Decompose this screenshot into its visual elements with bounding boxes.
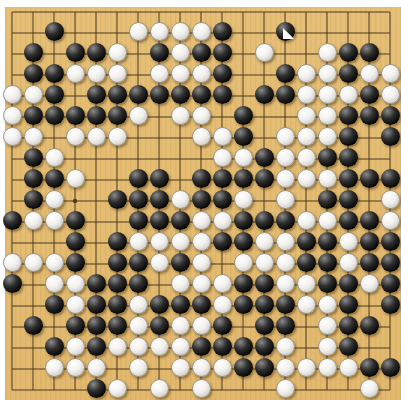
white-stone[interactable] — [255, 232, 274, 251]
black-stone[interactable] — [381, 232, 400, 251]
white-stone[interactable] — [192, 316, 211, 335]
black-stone[interactable] — [297, 253, 316, 272]
black-stone[interactable] — [66, 253, 85, 272]
black-stone[interactable] — [150, 85, 169, 104]
white-stone[interactable] — [192, 379, 211, 398]
white-stone[interactable] — [171, 337, 190, 356]
white-stone[interactable] — [129, 106, 148, 125]
black-stone[interactable] — [87, 379, 106, 398]
black-stone[interactable] — [150, 43, 169, 62]
black-stone[interactable] — [24, 316, 43, 335]
white-stone[interactable] — [108, 64, 127, 83]
white-stone[interactable] — [45, 148, 64, 167]
white-stone[interactable] — [66, 64, 85, 83]
black-stone[interactable] — [87, 337, 106, 356]
white-stone[interactable] — [339, 253, 358, 272]
white-stone[interactable] — [171, 358, 190, 377]
white-stone[interactable] — [192, 358, 211, 377]
white-stone[interactable] — [150, 253, 169, 272]
black-stone[interactable] — [3, 211, 22, 230]
white-stone[interactable] — [192, 22, 211, 41]
black-stone[interactable] — [339, 64, 358, 83]
black-stone[interactable] — [381, 274, 400, 293]
black-stone[interactable] — [108, 190, 127, 209]
black-stone[interactable] — [213, 232, 232, 251]
black-stone[interactable] — [255, 295, 274, 314]
black-stone[interactable] — [45, 22, 64, 41]
black-stone[interactable] — [339, 43, 358, 62]
white-stone[interactable] — [87, 358, 106, 377]
white-stone[interactable] — [318, 169, 337, 188]
black-stone[interactable] — [381, 295, 400, 314]
black-stone[interactable] — [108, 316, 127, 335]
black-stone[interactable] — [108, 274, 127, 293]
black-stone[interactable] — [381, 106, 400, 125]
black-stone[interactable] — [234, 106, 253, 125]
black-stone[interactable] — [339, 316, 358, 335]
black-stone[interactable] — [213, 337, 232, 356]
black-stone[interactable] — [129, 169, 148, 188]
black-stone[interactable] — [66, 232, 85, 251]
black-stone[interactable] — [171, 85, 190, 104]
white-stone[interactable] — [339, 85, 358, 104]
black-stone[interactable] — [192, 85, 211, 104]
white-stone[interactable] — [297, 85, 316, 104]
white-stone[interactable] — [66, 127, 85, 146]
black-stone[interactable] — [276, 85, 295, 104]
white-stone[interactable] — [171, 316, 190, 335]
black-stone[interactable] — [66, 43, 85, 62]
black-stone[interactable] — [360, 106, 379, 125]
black-stone[interactable] — [192, 190, 211, 209]
black-stone[interactable] — [360, 43, 379, 62]
black-stone[interactable] — [213, 190, 232, 209]
white-stone[interactable] — [45, 211, 64, 230]
black-stone[interactable] — [213, 22, 232, 41]
go-app-window — [0, 0, 401, 400]
black-stone[interactable] — [108, 253, 127, 272]
black-stone[interactable] — [108, 106, 127, 125]
black-stone[interactable] — [150, 295, 169, 314]
white-stone[interactable] — [213, 211, 232, 230]
black-stone[interactable] — [339, 211, 358, 230]
white-stone[interactable] — [171, 190, 190, 209]
white-stone[interactable] — [108, 337, 127, 356]
white-stone[interactable] — [234, 148, 253, 167]
white-stone[interactable] — [3, 106, 22, 125]
black-stone[interactable] — [276, 211, 295, 230]
last-move-marker — [283, 28, 294, 39]
black-stone[interactable] — [339, 127, 358, 146]
black-stone[interactable] — [24, 148, 43, 167]
white-stone[interactable] — [24, 127, 43, 146]
white-stone[interactable] — [192, 64, 211, 83]
white-stone[interactable] — [276, 358, 295, 377]
white-stone[interactable] — [192, 106, 211, 125]
white-stone[interactable] — [213, 295, 232, 314]
black-stone[interactable] — [381, 127, 400, 146]
white-stone[interactable] — [45, 358, 64, 377]
white-stone[interactable] — [3, 253, 22, 272]
white-stone[interactable] — [66, 358, 85, 377]
black-stone[interactable] — [234, 127, 253, 146]
white-stone[interactable] — [129, 232, 148, 251]
white-stone[interactable] — [318, 43, 337, 62]
black-stone[interactable] — [87, 274, 106, 293]
white-stone[interactable] — [171, 43, 190, 62]
black-stone[interactable] — [213, 169, 232, 188]
white-stone[interactable] — [3, 127, 22, 146]
white-stone[interactable] — [192, 127, 211, 146]
black-stone[interactable] — [150, 169, 169, 188]
white-stone[interactable] — [339, 358, 358, 377]
black-stone[interactable] — [360, 211, 379, 230]
black-stone[interactable] — [192, 337, 211, 356]
black-stone[interactable] — [171, 295, 190, 314]
white-stone[interactable] — [360, 274, 379, 293]
white-stone[interactable] — [87, 127, 106, 146]
white-stone[interactable] — [276, 232, 295, 251]
black-stone[interactable] — [318, 274, 337, 293]
black-stone[interactable] — [381, 358, 400, 377]
black-stone[interactable] — [255, 337, 274, 356]
black-stone[interactable] — [45, 337, 64, 356]
white-stone[interactable] — [381, 85, 400, 104]
white-stone[interactable] — [276, 148, 295, 167]
white-stone[interactable] — [66, 274, 85, 293]
black-stone[interactable] — [255, 316, 274, 335]
black-stone[interactable] — [66, 106, 85, 125]
white-stone[interactable] — [129, 316, 148, 335]
white-stone[interactable] — [255, 43, 274, 62]
black-stone[interactable] — [171, 211, 190, 230]
black-stone[interactable] — [360, 85, 379, 104]
black-stone[interactable] — [234, 295, 253, 314]
black-stone[interactable] — [24, 43, 43, 62]
white-stone[interactable] — [255, 253, 274, 272]
white-stone[interactable] — [108, 127, 127, 146]
white-stone[interactable] — [87, 64, 106, 83]
black-stone[interactable] — [24, 169, 43, 188]
black-stone[interactable] — [255, 85, 274, 104]
white-stone[interactable] — [150, 232, 169, 251]
white-stone[interactable] — [150, 64, 169, 83]
black-stone[interactable] — [87, 316, 106, 335]
black-stone[interactable] — [381, 253, 400, 272]
black-stone[interactable] — [318, 232, 337, 251]
white-stone[interactable] — [108, 43, 127, 62]
black-stone[interactable] — [360, 358, 379, 377]
black-stone[interactable] — [339, 169, 358, 188]
black-stone[interactable] — [66, 316, 85, 335]
black-stone[interactable] — [213, 85, 232, 104]
white-stone[interactable] — [213, 148, 232, 167]
black-stone[interactable] — [318, 253, 337, 272]
white-stone[interactable] — [297, 274, 316, 293]
white-stone[interactable] — [66, 169, 85, 188]
white-stone[interactable] — [45, 274, 64, 293]
black-stone[interactable] — [360, 232, 379, 251]
black-stone[interactable] — [45, 169, 64, 188]
black-stone[interactable] — [255, 274, 274, 293]
white-stone[interactable] — [129, 295, 148, 314]
white-stone[interactable] — [318, 337, 337, 356]
black-stone[interactable] — [360, 316, 379, 335]
white-stone[interactable] — [3, 85, 22, 104]
white-stone[interactable] — [45, 253, 64, 272]
black-stone[interactable] — [150, 211, 169, 230]
black-stone[interactable] — [360, 169, 379, 188]
black-stone[interactable] — [129, 190, 148, 209]
white-stone[interactable] — [24, 85, 43, 104]
white-stone[interactable] — [339, 232, 358, 251]
black-stone[interactable] — [129, 211, 148, 230]
black-stone[interactable] — [150, 316, 169, 335]
white-stone[interactable] — [318, 64, 337, 83]
black-stone[interactable] — [87, 295, 106, 314]
white-stone[interactable] — [129, 337, 148, 356]
white-stone[interactable] — [276, 274, 295, 293]
black-stone[interactable] — [234, 169, 253, 188]
white-stone[interactable] — [297, 358, 316, 377]
white-stone[interactable] — [318, 85, 337, 104]
black-stone[interactable] — [255, 148, 274, 167]
black-stone[interactable] — [129, 85, 148, 104]
black-stone[interactable] — [339, 337, 358, 356]
white-stone[interactable] — [150, 337, 169, 356]
white-stone[interactable] — [297, 106, 316, 125]
white-stone[interactable] — [66, 337, 85, 356]
white-stone[interactable] — [45, 190, 64, 209]
black-stone[interactable] — [276, 22, 295, 41]
black-stone[interactable] — [213, 316, 232, 335]
black-stone[interactable] — [192, 43, 211, 62]
white-stone[interactable] — [129, 358, 148, 377]
white-stone[interactable] — [66, 295, 85, 314]
white-stone[interactable] — [318, 127, 337, 146]
black-stone[interactable] — [213, 64, 232, 83]
white-stone[interactable] — [171, 106, 190, 125]
white-stone[interactable] — [276, 169, 295, 188]
white-stone[interactable] — [297, 127, 316, 146]
white-stone[interactable] — [276, 127, 295, 146]
white-stone[interactable] — [192, 253, 211, 272]
white-stone[interactable] — [360, 379, 379, 398]
white-stone[interactable] — [318, 316, 337, 335]
black-stone[interactable] — [234, 274, 253, 293]
white-stone[interactable] — [297, 148, 316, 167]
white-stone[interactable] — [192, 274, 211, 293]
black-stone[interactable] — [339, 274, 358, 293]
black-stone[interactable] — [45, 106, 64, 125]
white-stone[interactable] — [192, 232, 211, 251]
white-stone[interactable] — [297, 295, 316, 314]
black-stone[interactable] — [129, 253, 148, 272]
white-stone[interactable] — [192, 211, 211, 230]
black-stone[interactable] — [24, 106, 43, 125]
white-stone[interactable] — [297, 64, 316, 83]
white-stone[interactable] — [276, 379, 295, 398]
black-stone[interactable] — [255, 169, 274, 188]
black-stone[interactable] — [192, 295, 211, 314]
black-stone[interactable] — [234, 211, 253, 230]
black-stone[interactable] — [171, 253, 190, 272]
black-stone[interactable] — [24, 64, 43, 83]
black-stone[interactable] — [360, 253, 379, 272]
black-stone[interactable] — [129, 274, 148, 293]
black-stone[interactable] — [297, 232, 316, 251]
black-stone[interactable] — [255, 358, 274, 377]
black-stone[interactable] — [45, 295, 64, 314]
white-stone[interactable] — [276, 190, 295, 209]
white-stone[interactable] — [276, 253, 295, 272]
black-stone[interactable] — [276, 295, 295, 314]
white-stone[interactable] — [171, 22, 190, 41]
white-stone[interactable] — [276, 337, 295, 356]
black-stone[interactable] — [234, 232, 253, 251]
black-stone[interactable] — [318, 190, 337, 209]
white-stone[interactable] — [234, 190, 253, 209]
white-stone[interactable] — [360, 64, 379, 83]
black-stone[interactable] — [87, 85, 106, 104]
black-stone[interactable] — [276, 64, 295, 83]
white-stone[interactable] — [381, 64, 400, 83]
black-stone[interactable] — [87, 106, 106, 125]
white-stone[interactable] — [213, 274, 232, 293]
black-stone[interactable] — [108, 295, 127, 314]
white-stone[interactable] — [213, 127, 232, 146]
black-stone[interactable] — [45, 64, 64, 83]
black-stone[interactable] — [234, 337, 253, 356]
white-stone[interactable] — [24, 211, 43, 230]
white-stone[interactable] — [213, 358, 232, 377]
black-stone[interactable] — [276, 316, 295, 335]
white-stone[interactable] — [318, 211, 337, 230]
white-stone[interactable] — [381, 211, 400, 230]
white-stone[interactable] — [318, 106, 337, 125]
black-stone[interactable] — [192, 169, 211, 188]
white-stone[interactable] — [318, 358, 337, 377]
white-stone[interactable] — [108, 379, 127, 398]
white-stone[interactable] — [24, 253, 43, 272]
white-stone[interactable] — [297, 169, 316, 188]
white-stone[interactable] — [129, 22, 148, 41]
black-stone[interactable] — [3, 274, 22, 293]
black-stone[interactable] — [66, 211, 85, 230]
white-stone[interactable] — [234, 253, 253, 272]
white-stone[interactable] — [171, 232, 190, 251]
white-stone[interactable] — [150, 22, 169, 41]
black-stone[interactable] — [339, 190, 358, 209]
black-stone[interactable] — [87, 43, 106, 62]
white-stone[interactable] — [171, 274, 190, 293]
white-stone[interactable] — [297, 211, 316, 230]
black-stone[interactable] — [339, 295, 358, 314]
black-stone[interactable] — [234, 358, 253, 377]
black-stone[interactable] — [255, 211, 274, 230]
black-stone[interactable] — [108, 232, 127, 251]
black-stone[interactable] — [45, 85, 64, 104]
black-stone[interactable] — [339, 106, 358, 125]
black-stone[interactable] — [381, 169, 400, 188]
black-stone[interactable] — [150, 190, 169, 209]
black-stone[interactable] — [339, 148, 358, 167]
white-stone[interactable] — [171, 64, 190, 83]
black-stone[interactable] — [108, 85, 127, 104]
black-stone[interactable] — [318, 148, 337, 167]
black-stone[interactable] — [24, 190, 43, 209]
white-stone[interactable] — [381, 190, 400, 209]
white-stone[interactable] — [318, 295, 337, 314]
black-stone[interactable] — [213, 43, 232, 62]
white-stone[interactable] — [150, 379, 169, 398]
